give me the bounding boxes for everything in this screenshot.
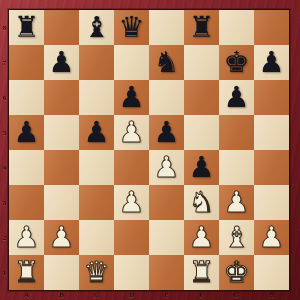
square-h3[interactable] xyxy=(254,185,289,220)
piece-white-king-g1[interactable]: ♚ xyxy=(224,255,250,290)
piece-black-pawn-a5[interactable]: ♟ xyxy=(14,115,40,150)
square-a5[interactable]: ♟ xyxy=(9,115,44,150)
chess-board: ♜♝♛♜♟♞♚♟♟♟♟♟♟♟♟♟♟♞♟♟♟♟♝♟♜♛♜♚ xyxy=(9,10,289,290)
square-b2[interactable]: ♟ xyxy=(44,220,79,255)
piece-white-pawn-b2[interactable]: ♟ xyxy=(49,220,75,255)
rank-label-6: 6 xyxy=(0,80,9,115)
square-g3[interactable]: ♟ xyxy=(219,185,254,220)
square-h5[interactable] xyxy=(254,115,289,150)
piece-white-queen-c1[interactable]: ♛ xyxy=(84,255,110,290)
square-e1[interactable] xyxy=(149,255,184,290)
square-b4[interactable] xyxy=(44,150,79,185)
square-b7[interactable]: ♟ xyxy=(44,45,79,80)
square-e5[interactable]: ♟ xyxy=(149,115,184,150)
rank-label-2: 2 xyxy=(0,220,9,255)
file-label-e: E xyxy=(149,290,184,300)
square-a6[interactable] xyxy=(9,80,44,115)
piece-white-rook-a1[interactable]: ♜ xyxy=(14,255,40,290)
square-a3[interactable] xyxy=(9,185,44,220)
square-f4[interactable]: ♟ xyxy=(184,150,219,185)
square-e8[interactable] xyxy=(149,10,184,45)
piece-black-pawn-c5[interactable]: ♟ xyxy=(84,115,110,150)
square-d3[interactable]: ♟ xyxy=(114,185,149,220)
square-c3[interactable] xyxy=(79,185,114,220)
file-label-h: H xyxy=(254,290,289,300)
square-c8[interactable]: ♝ xyxy=(79,10,114,45)
piece-white-pawn-e4[interactable]: ♟ xyxy=(154,150,180,185)
square-f1[interactable]: ♜ xyxy=(184,255,219,290)
square-c4[interactable] xyxy=(79,150,114,185)
rank-label-3: 3 xyxy=(0,185,9,220)
square-c6[interactable] xyxy=(79,80,114,115)
piece-black-pawn-g6[interactable]: ♟ xyxy=(224,80,250,115)
square-h1[interactable] xyxy=(254,255,289,290)
square-e3[interactable] xyxy=(149,185,184,220)
square-g4[interactable] xyxy=(219,150,254,185)
square-g2[interactable]: ♝ xyxy=(219,220,254,255)
piece-white-pawn-g3[interactable]: ♟ xyxy=(224,185,250,220)
square-b1[interactable] xyxy=(44,255,79,290)
square-h8[interactable] xyxy=(254,10,289,45)
square-a1[interactable]: ♜ xyxy=(9,255,44,290)
rank-label-1: 1 xyxy=(0,255,9,290)
square-f2[interactable]: ♟ xyxy=(184,220,219,255)
square-b6[interactable] xyxy=(44,80,79,115)
file-label-g: G xyxy=(219,290,254,300)
piece-white-pawn-f2[interactable]: ♟ xyxy=(189,220,215,255)
square-g6[interactable]: ♟ xyxy=(219,80,254,115)
rank-label-5: 5 xyxy=(0,115,9,150)
piece-black-knight-e7[interactable]: ♞ xyxy=(154,45,180,80)
square-h6[interactable] xyxy=(254,80,289,115)
piece-black-pawn-b7[interactable]: ♟ xyxy=(49,45,75,80)
file-label-c: C xyxy=(79,290,114,300)
square-c5[interactable]: ♟ xyxy=(79,115,114,150)
piece-white-pawn-d5[interactable]: ♟ xyxy=(119,115,145,150)
board-grid: ♜♝♛♜♟♞♚♟♟♟♟♟♟♟♟♟♟♞♟♟♟♟♝♟♜♛♜♚ xyxy=(9,10,289,290)
piece-black-pawn-f4[interactable]: ♟ xyxy=(189,150,215,185)
rank-label-4: 4 xyxy=(0,150,9,185)
square-e2[interactable] xyxy=(149,220,184,255)
piece-black-pawn-h7[interactable]: ♟ xyxy=(259,45,285,80)
square-d2[interactable] xyxy=(114,220,149,255)
square-g1[interactable]: ♚ xyxy=(219,255,254,290)
square-c7[interactable] xyxy=(79,45,114,80)
piece-white-bishop-g2[interactable]: ♝ xyxy=(224,220,250,255)
square-g5[interactable] xyxy=(219,115,254,150)
square-d6[interactable]: ♟ xyxy=(114,80,149,115)
file-label-b: B xyxy=(44,290,79,300)
piece-black-pawn-e5[interactable]: ♟ xyxy=(154,115,180,150)
piece-black-king-g7[interactable]: ♚ xyxy=(224,45,250,80)
piece-black-rook-a8[interactable]: ♜ xyxy=(14,10,40,45)
piece-white-pawn-d3[interactable]: ♟ xyxy=(119,185,145,220)
square-f7[interactable] xyxy=(184,45,219,80)
square-a8[interactable]: ♜ xyxy=(9,10,44,45)
square-c2[interactable] xyxy=(79,220,114,255)
square-d8[interactable]: ♛ xyxy=(114,10,149,45)
square-g8[interactable] xyxy=(219,10,254,45)
file-label-a: A xyxy=(9,290,44,300)
rank-label-7: 7 xyxy=(0,45,9,80)
square-e6[interactable] xyxy=(149,80,184,115)
square-h4[interactable] xyxy=(254,150,289,185)
square-f3[interactable]: ♞ xyxy=(184,185,219,220)
piece-black-queen-d8[interactable]: ♛ xyxy=(119,10,145,45)
piece-white-knight-f3[interactable]: ♞ xyxy=(189,185,215,220)
square-c1[interactable]: ♛ xyxy=(79,255,114,290)
square-g7[interactable]: ♚ xyxy=(219,45,254,80)
square-e4[interactable]: ♟ xyxy=(149,150,184,185)
square-d4[interactable] xyxy=(114,150,149,185)
square-f5[interactable] xyxy=(184,115,219,150)
square-h7[interactable]: ♟ xyxy=(254,45,289,80)
rank-label-8: 8 xyxy=(0,10,9,45)
chess-board-frame: ♜♝♛♜♟♞♚♟♟♟♟♟♟♟♟♟♟♞♟♟♟♟♝♟♜♛♜♚ 87654321 AB… xyxy=(0,0,300,300)
square-d1[interactable] xyxy=(114,255,149,290)
square-b3[interactable] xyxy=(44,185,79,220)
file-label-d: D xyxy=(114,290,149,300)
square-e7[interactable]: ♞ xyxy=(149,45,184,80)
piece-white-rook-f1[interactable]: ♜ xyxy=(189,255,215,290)
piece-white-pawn-a2[interactable]: ♟ xyxy=(14,220,40,255)
piece-white-pawn-h2[interactable]: ♟ xyxy=(259,220,285,255)
square-d5[interactable]: ♟ xyxy=(114,115,149,150)
square-a4[interactable] xyxy=(9,150,44,185)
piece-black-rook-f8[interactable]: ♜ xyxy=(189,10,215,45)
piece-black-pawn-d6[interactable]: ♟ xyxy=(119,80,145,115)
square-a7[interactable] xyxy=(9,45,44,80)
file-label-f: F xyxy=(184,290,219,300)
square-f6[interactable] xyxy=(184,80,219,115)
square-d7[interactable] xyxy=(114,45,149,80)
square-h2[interactable]: ♟ xyxy=(254,220,289,255)
square-b8[interactable] xyxy=(44,10,79,45)
square-a2[interactable]: ♟ xyxy=(9,220,44,255)
square-b5[interactable] xyxy=(44,115,79,150)
piece-black-bishop-c8[interactable]: ♝ xyxy=(84,10,110,45)
square-f8[interactable]: ♜ xyxy=(184,10,219,45)
